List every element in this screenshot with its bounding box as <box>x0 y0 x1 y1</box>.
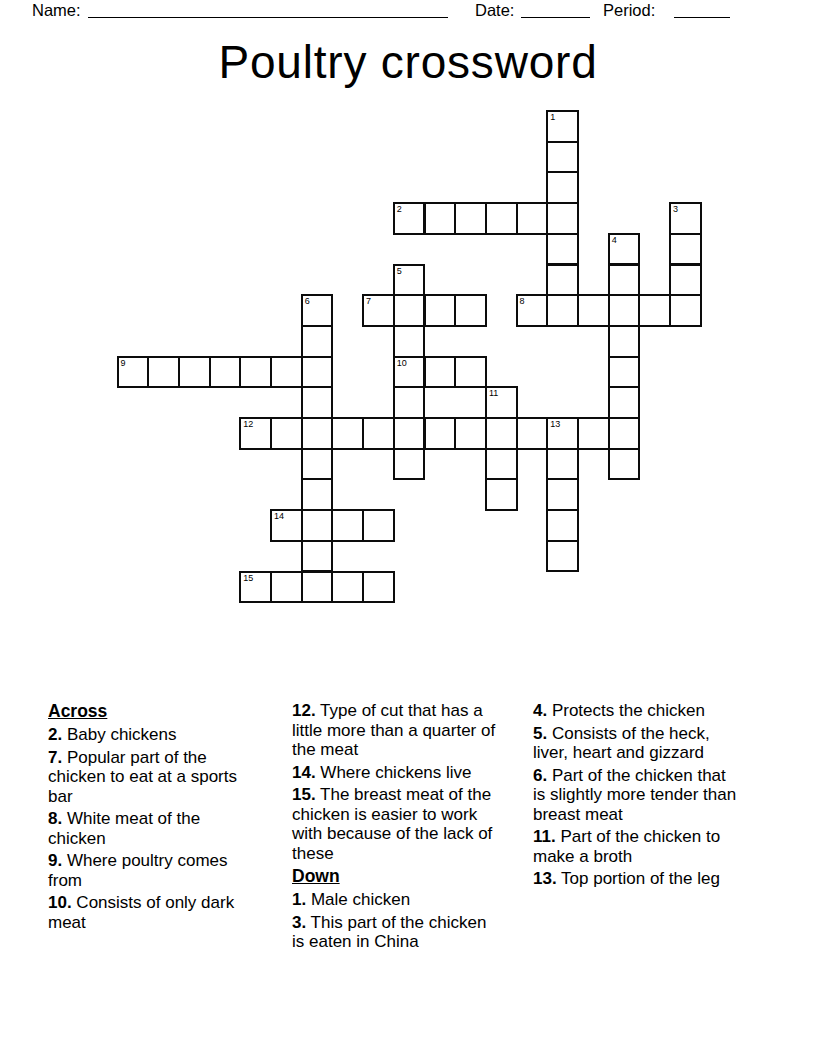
grid-cell[interactable] <box>424 202 457 235</box>
cell-number: 1 <box>550 112 555 122</box>
clue-number: 14. <box>292 763 316 782</box>
cell-number: 2 <box>397 204 402 214</box>
clue-number: 2. <box>48 725 62 744</box>
grid-cell[interactable] <box>485 202 518 235</box>
grid-cell[interactable] <box>669 294 702 327</box>
grid-cell[interactable] <box>669 233 702 266</box>
grid-cell[interactable] <box>608 386 641 419</box>
grid-cell[interactable] <box>239 356 272 389</box>
grid-cell[interactable] <box>546 509 579 542</box>
clue-text: Where poultry comes from <box>48 851 228 890</box>
grid-cell[interactable] <box>608 448 641 481</box>
worksheet-page: { "game": "crossword", "header": { "name… <box>0 0 816 1056</box>
clue-number: 12. <box>292 701 316 720</box>
grid-cell[interactable] <box>362 509 395 542</box>
grid-cell[interactable] <box>301 509 334 542</box>
grid-cell[interactable] <box>301 448 334 481</box>
grid-cell[interactable] <box>546 294 579 327</box>
clue-text: Consists of only dark meat <box>48 893 234 932</box>
grid-cell[interactable] <box>301 356 334 389</box>
clue-15: 15. The breast meat of the chicken is ea… <box>292 785 496 863</box>
grid-cell[interactable] <box>362 571 395 604</box>
clue-1: 1. Male chicken <box>292 890 496 910</box>
clue-text: This part of the chicken is eaten in Chi… <box>292 913 486 952</box>
clue-text: Top portion of the leg <box>557 869 720 888</box>
grid-cell[interactable] <box>393 448 426 481</box>
clue-column-2: 12. Type of cut that has a little more t… <box>292 701 533 955</box>
clue-4: 4. Protects the chicken <box>533 701 737 721</box>
clue-text: Protects the chicken <box>547 701 705 720</box>
cell-number: 12 <box>243 419 253 429</box>
clue-text: Male chicken <box>306 890 410 909</box>
clue-text: Where chickens live <box>316 763 472 782</box>
clue-text: The breast meat of the chicken is easier… <box>292 785 492 863</box>
grid-cell[interactable] <box>546 171 579 204</box>
grid-cell[interactable] <box>546 264 579 297</box>
cell-number: 4 <box>612 235 617 245</box>
clue-9: 9. Where poultry comes from <box>48 851 252 890</box>
grid-cell[interactable]: 10 <box>393 356 426 389</box>
grid-cell[interactable] <box>301 417 334 450</box>
grid-cell[interactable] <box>546 540 579 573</box>
grid-cell[interactable] <box>331 509 364 542</box>
clue-text: Popular part of the chicken to eat at a … <box>48 748 237 806</box>
clue-column-1: Across2. Baby chickens7. Popular part of… <box>48 701 292 955</box>
period-label: Period: <box>603 1 655 19</box>
grid-cell[interactable] <box>301 478 334 511</box>
grid-cell[interactable] <box>546 202 579 235</box>
clue-number: 8. <box>48 809 62 828</box>
name-label: Name: <box>32 1 81 19</box>
across-header: Across <box>48 701 292 721</box>
grid-cell[interactable]: 9 <box>117 356 150 389</box>
grid-cell[interactable]: 2 <box>393 202 426 235</box>
grid-cell[interactable]: 7 <box>362 294 395 327</box>
grid-cell[interactable] <box>424 356 457 389</box>
grid-cell[interactable]: 6 <box>301 294 334 327</box>
clue-number: 6. <box>533 766 547 785</box>
grid-cell[interactable] <box>608 417 641 450</box>
crossword-grid: 123456789101112131415 <box>117 110 701 602</box>
grid-cell[interactable]: 3 <box>669 202 702 235</box>
grid-cell[interactable] <box>485 417 518 450</box>
grid-cell[interactable] <box>301 571 334 604</box>
clue-text: White meat of the chicken <box>48 809 200 848</box>
grid-cell[interactable] <box>393 386 426 419</box>
grid-cell[interactable] <box>362 417 395 450</box>
grid-cell[interactable] <box>638 294 671 327</box>
grid-cell[interactable] <box>608 325 641 358</box>
grid-cell[interactable] <box>301 325 334 358</box>
grid-cell[interactable] <box>209 356 242 389</box>
grid-cell[interactable] <box>331 571 364 604</box>
grid-cell[interactable] <box>454 294 487 327</box>
cell-number: 3 <box>673 204 678 214</box>
grid-cell[interactable]: 1 <box>546 110 579 143</box>
clue-5: 5. Consists of the heck, liver, heart an… <box>533 724 737 763</box>
clue-3: 3. This part of the chicken is eaten in … <box>292 913 496 952</box>
clue-text: Type of cut that has a little more than … <box>292 701 495 759</box>
clue-number: 11. <box>533 827 556 846</box>
grid-cell[interactable] <box>608 264 641 297</box>
grid-cell[interactable] <box>485 478 518 511</box>
grid-cell[interactable] <box>331 417 364 450</box>
grid-cell[interactable]: 14 <box>270 509 303 542</box>
clue-text: Part of the chicken that is slightly mor… <box>533 766 736 824</box>
grid-cell[interactable]: 11 <box>485 386 518 419</box>
clue-text: Baby chickens <box>62 725 176 744</box>
cell-number: 7 <box>366 296 371 306</box>
grid-cell[interactable] <box>454 202 487 235</box>
clue-11: 11. Part of the chicken to make a broth <box>533 827 737 866</box>
grid-cell[interactable]: 5 <box>393 264 426 297</box>
grid-cell[interactable] <box>546 141 579 174</box>
grid-cell[interactable]: 12 <box>239 417 272 450</box>
clue-number: 3. <box>292 913 306 932</box>
name-blank-line[interactable] <box>88 2 448 18</box>
grid-cell[interactable]: 13 <box>546 417 579 450</box>
cell-number: 6 <box>305 296 310 306</box>
clue-number: 9. <box>48 851 62 870</box>
grid-cell[interactable] <box>424 294 457 327</box>
clue-column-3: 4. Protects the chicken5. Consists of th… <box>533 701 773 955</box>
clue-number: 15. <box>292 785 316 804</box>
grid-cell[interactable] <box>270 571 303 604</box>
clue-7: 7. Popular part of the chicken to eat at… <box>48 748 252 807</box>
grid-cell[interactable] <box>454 417 487 450</box>
date-label: Date: <box>475 1 514 19</box>
clues-section: Across2. Baby chickens7. Popular part of… <box>48 701 778 955</box>
grid-cell[interactable] <box>546 478 579 511</box>
grid-cell[interactable] <box>608 294 641 327</box>
grid-cell[interactable] <box>454 356 487 389</box>
grid-cell[interactable] <box>577 294 610 327</box>
clue-13: 13. Top portion of the leg <box>533 869 737 889</box>
date-blank-line[interactable] <box>521 2 590 18</box>
grid-cell[interactable] <box>301 540 334 573</box>
grid-cell[interactable] <box>516 202 549 235</box>
clue-text: Consists of the heck, liver, heart and g… <box>533 724 710 763</box>
grid-cell[interactable] <box>669 264 702 297</box>
grid-cell[interactable] <box>270 417 303 450</box>
grid-cell[interactable] <box>516 417 549 450</box>
clue-6: 6. Part of the chicken that is slightly … <box>533 766 737 825</box>
grid-cell[interactable] <box>608 356 641 389</box>
cell-number: 11 <box>489 388 498 398</box>
cell-number: 14 <box>274 511 284 521</box>
grid-cell[interactable] <box>393 294 426 327</box>
grid-cell[interactable] <box>178 356 211 389</box>
grid-cell[interactable]: 4 <box>608 233 641 266</box>
cell-number: 5 <box>397 266 402 276</box>
cell-number: 15 <box>243 573 253 583</box>
grid-cell[interactable]: 8 <box>516 294 549 327</box>
grid-cell[interactable] <box>147 356 180 389</box>
clue-text: Part of the chicken to make a broth <box>533 827 720 866</box>
period-blank-line[interactable] <box>674 2 730 18</box>
clue-number: 4. <box>533 701 547 720</box>
grid-cell[interactable] <box>577 417 610 450</box>
clue-14: 14. Where chickens live <box>292 763 496 783</box>
cell-number: 13 <box>550 419 560 429</box>
grid-cell[interactable] <box>546 233 579 266</box>
clue-2: 2. Baby chickens <box>48 725 252 745</box>
cell-number: 8 <box>520 296 525 306</box>
clue-8: 8. White meat of the chicken <box>48 809 252 848</box>
grid-cell[interactable] <box>301 386 334 419</box>
grid-cell[interactable] <box>424 417 457 450</box>
clue-10: 10. Consists of only dark meat <box>48 893 252 932</box>
clue-number: 10. <box>48 893 72 912</box>
clue-number: 7. <box>48 748 62 767</box>
page-title: Poultry crossword <box>0 36 816 88</box>
grid-cell[interactable] <box>393 417 426 450</box>
grid-cell[interactable] <box>546 448 579 481</box>
grid-cell[interactable]: 15 <box>239 571 272 604</box>
grid-cell[interactable] <box>270 356 303 389</box>
grid-cell[interactable] <box>393 325 426 358</box>
clue-number: 5. <box>533 724 547 743</box>
cell-number: 10 <box>397 358 407 368</box>
cell-number: 9 <box>121 358 126 368</box>
clue-number: 1. <box>292 890 306 909</box>
grid-cell[interactable] <box>485 448 518 481</box>
down-header: Down <box>292 866 533 886</box>
clue-12: 12. Type of cut that has a little more t… <box>292 701 496 760</box>
clue-number: 13. <box>533 869 557 888</box>
